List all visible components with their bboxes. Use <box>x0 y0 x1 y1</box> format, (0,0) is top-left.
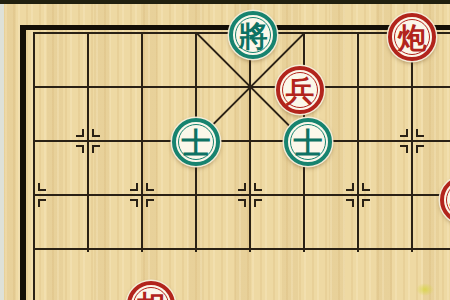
piece-black-advisor-d3[interactable]: 士 <box>172 118 220 166</box>
position-marker-b3 <box>76 145 84 153</box>
position-marker-g4 <box>362 199 370 207</box>
position-marker-e4 <box>238 199 246 207</box>
grid-line-file-5 <box>249 32 251 252</box>
position-marker-b3 <box>76 129 84 137</box>
piece-red-soldier-i4[interactable]: 兵 <box>440 176 450 224</box>
position-marker-c4 <box>146 199 154 207</box>
xiangqi-board-screenshot: 將炮兵士士兵相 <box>0 0 450 300</box>
position-marker-c4 <box>146 183 154 191</box>
piece-character: 兵 <box>286 77 315 106</box>
position-marker-b3 <box>92 129 100 137</box>
position-marker-b3 <box>92 145 100 153</box>
position-marker-h3 <box>400 129 408 137</box>
window-top-edge-band <box>0 0 450 4</box>
grid-line-rank-2 <box>33 86 450 88</box>
position-marker-h3 <box>400 145 408 153</box>
piece-red-cannon-h1[interactable]: 炮 <box>388 13 436 61</box>
grid-line-file-8 <box>411 32 413 252</box>
position-marker-a4 <box>38 183 46 191</box>
board-frame-left <box>20 25 26 300</box>
position-marker-g4 <box>346 183 354 191</box>
grid-line-file-3 <box>141 32 143 252</box>
position-marker-g4 <box>362 183 370 191</box>
grid-line-file-7 <box>357 32 359 252</box>
piece-black-general-e1[interactable]: 將 <box>229 11 277 59</box>
piece-character: 士 <box>294 129 323 158</box>
piece-character: 士 <box>182 129 211 158</box>
position-marker-e4 <box>238 183 246 191</box>
grid-line-file-2 <box>87 32 89 252</box>
position-marker-a4 <box>38 199 46 207</box>
piece-red-elephant-c6[interactable]: 相 <box>127 281 175 300</box>
grid-line-rank-3 <box>33 140 450 142</box>
grid-line-rank-5 <box>33 248 450 250</box>
piece-character: 相 <box>137 292 166 300</box>
piece-black-advisor-f3[interactable]: 士 <box>284 118 332 166</box>
position-marker-g4 <box>346 199 354 207</box>
position-marker-h3 <box>416 145 424 153</box>
yellow-smudge <box>416 283 434 296</box>
window-edge-strip <box>0 0 4 300</box>
position-marker-e4 <box>254 199 262 207</box>
position-marker-c4 <box>130 199 138 207</box>
position-marker-c4 <box>130 183 138 191</box>
position-marker-h3 <box>416 129 424 137</box>
piece-character: 炮 <box>398 24 427 53</box>
piece-character: 將 <box>239 22 268 51</box>
grid-line-rank-4 <box>33 194 450 196</box>
piece-red-soldier-f2[interactable]: 兵 <box>276 66 324 114</box>
position-marker-e4 <box>254 183 262 191</box>
grid-line-file-1 <box>33 32 35 300</box>
